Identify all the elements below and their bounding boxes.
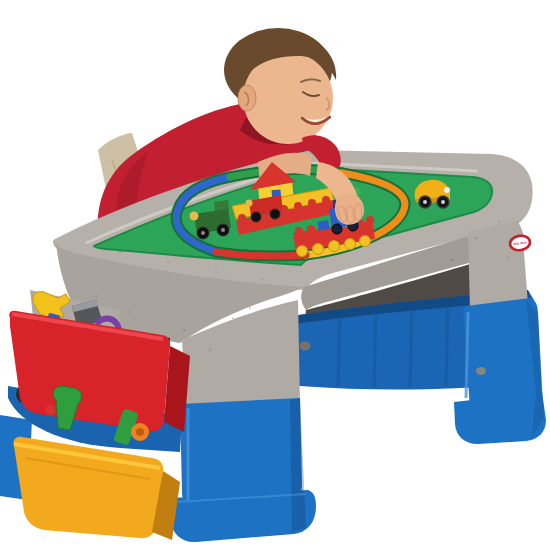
green-car-nose [190, 212, 199, 221]
red-car-nose [246, 200, 253, 207]
toy-red-ball [45, 405, 55, 415]
front-train-cargo-blue [317, 220, 329, 231]
track-segment-red [216, 252, 306, 256]
photo-canvas: little tikes [0, 0, 550, 550]
boy-ear [238, 85, 256, 111]
yellow-car-headlight [444, 187, 450, 193]
crossbar-screw-left [300, 342, 311, 351]
foot-right-screw [476, 367, 486, 375]
toy-orange-cap-center [136, 428, 144, 436]
leg-right-upper [468, 221, 528, 310]
product-photo: little tikes [0, 0, 550, 550]
foot-right-highlight [466, 312, 468, 398]
table-leg-front [170, 300, 316, 542]
